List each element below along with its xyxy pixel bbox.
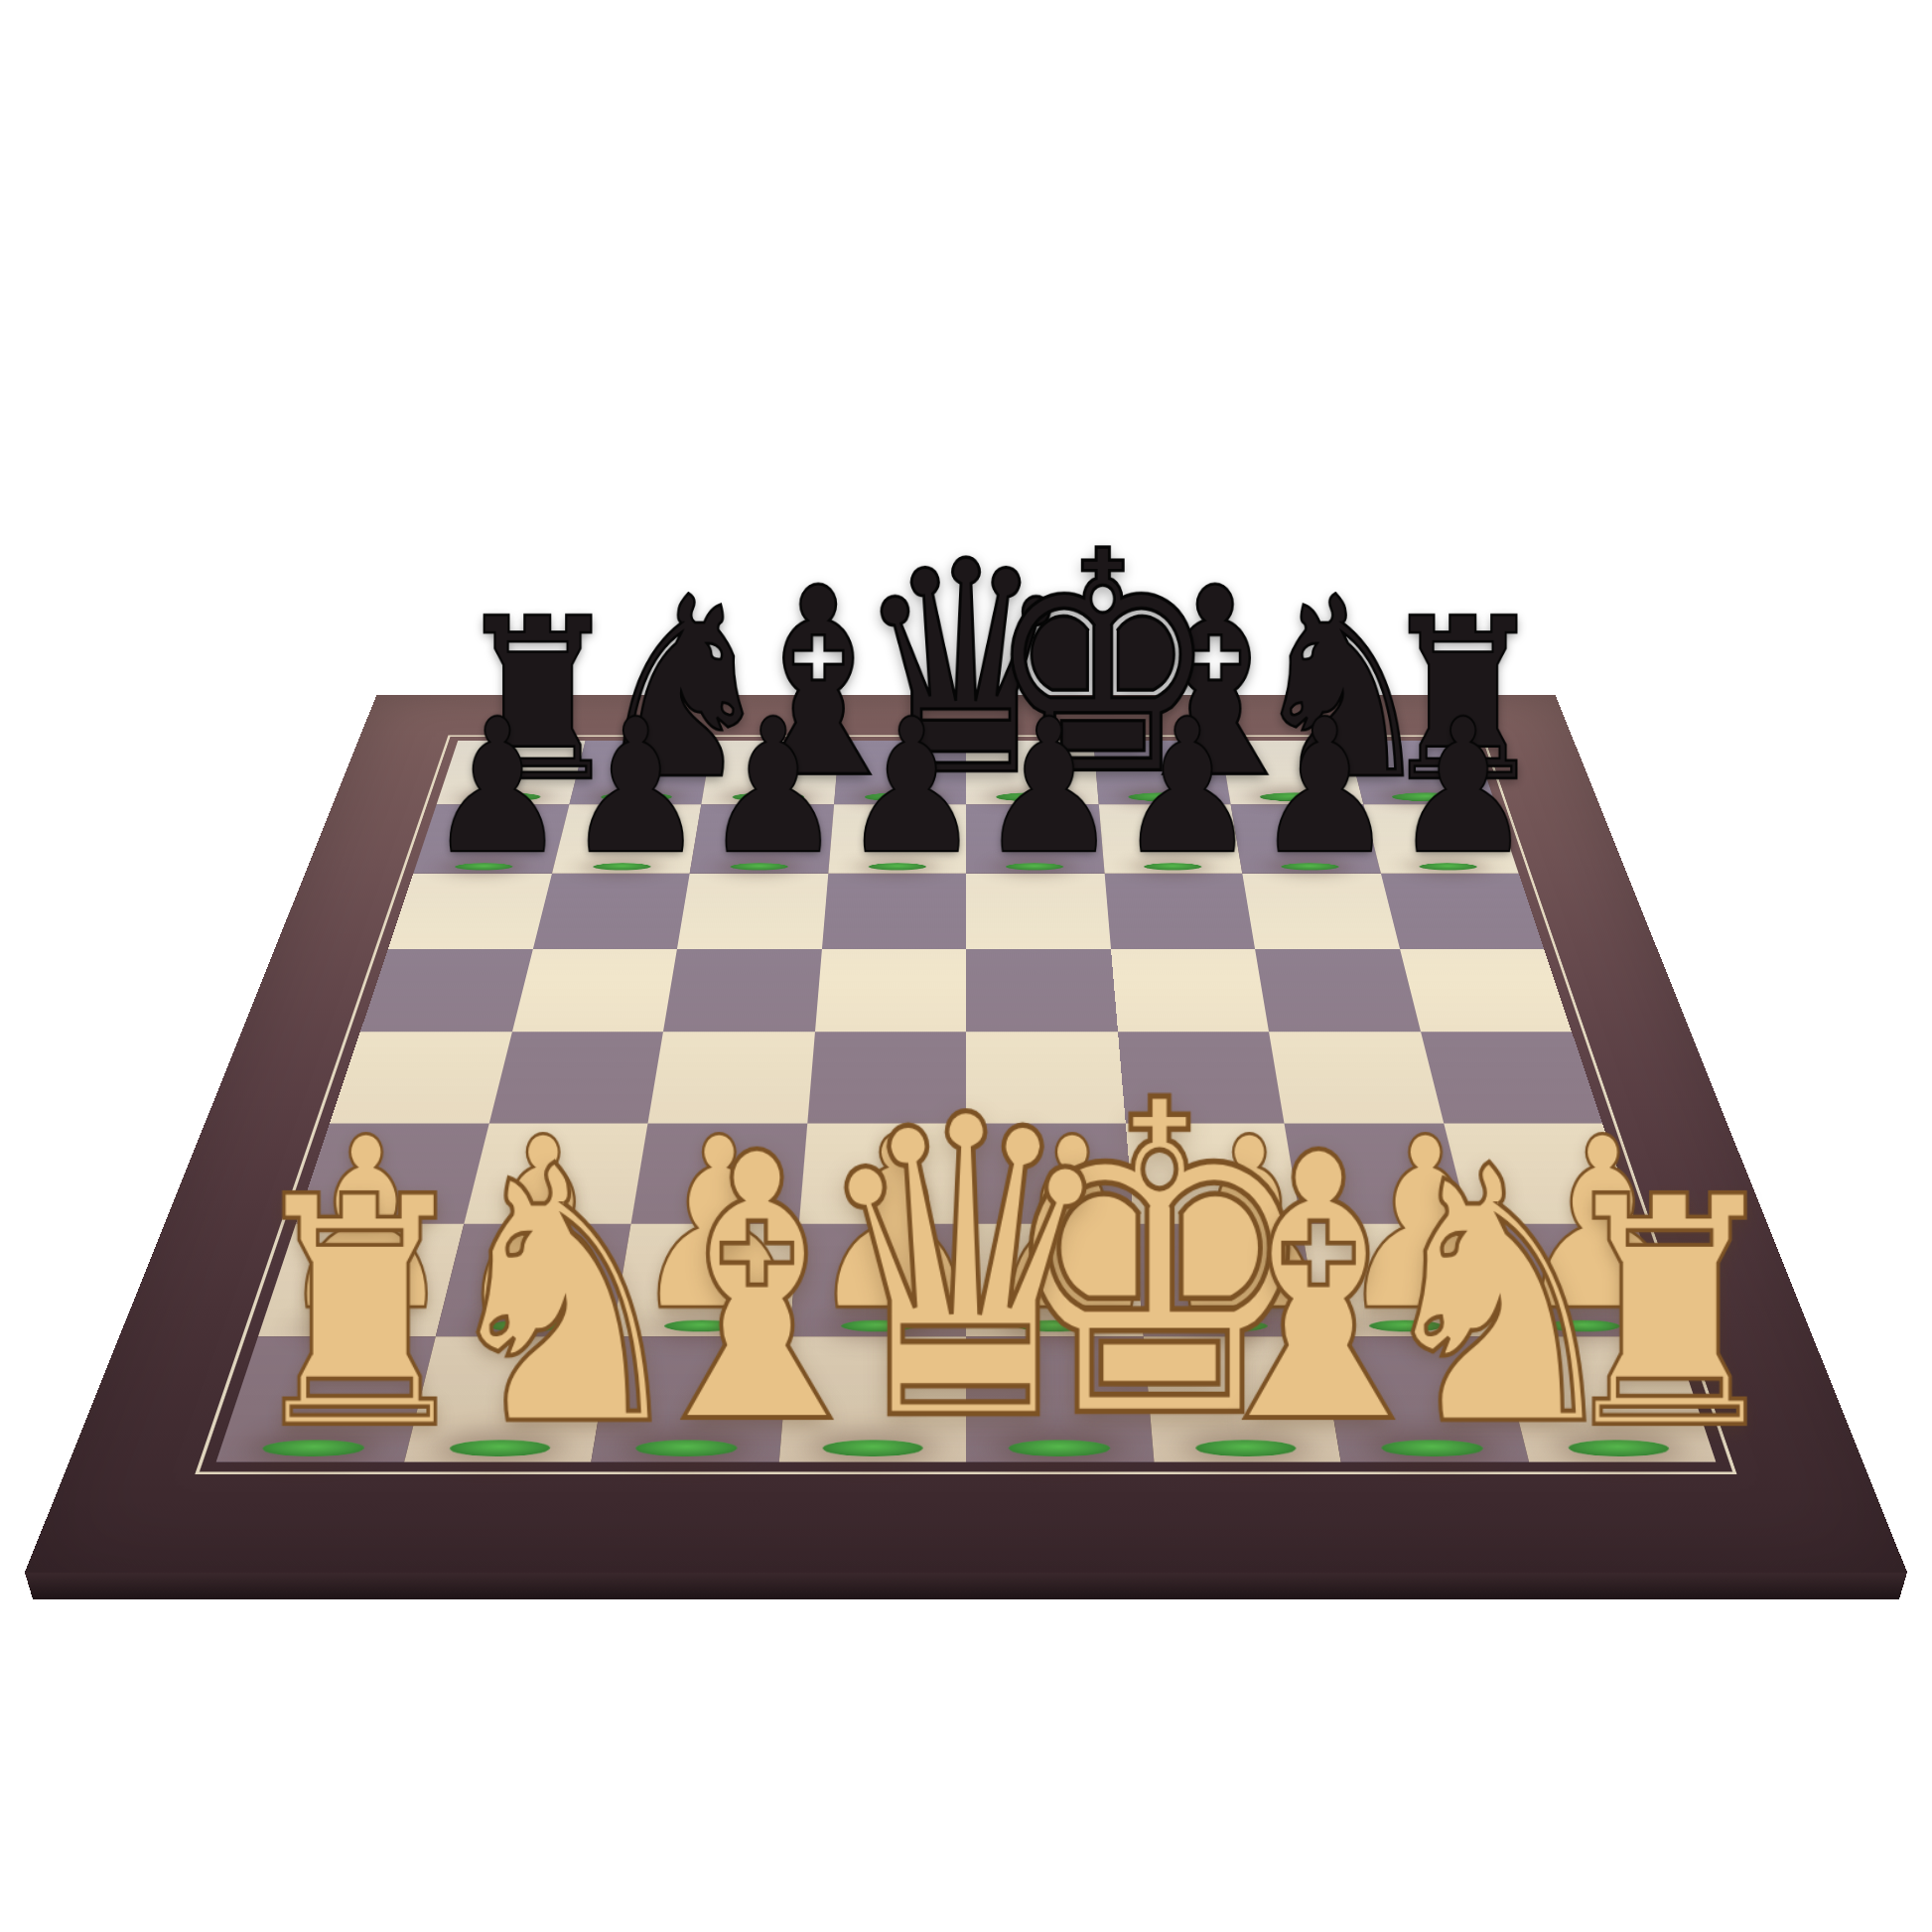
square-c5[interactable] — [663, 949, 822, 1032]
white-queen-d1[interactable]: ♛ — [779, 1083, 966, 1456]
black-pawn-icon: ♟ — [979, 704, 1120, 871]
square-b7[interactable]: ♟ — [552, 804, 702, 874]
square-g6[interactable] — [1242, 874, 1399, 949]
square-d7[interactable]: ♟ — [828, 804, 966, 874]
square-e7[interactable]: ♟ — [966, 804, 1104, 874]
square-a6[interactable] — [388, 874, 552, 949]
white-rook-a1[interactable]: ♜ — [218, 1172, 405, 1456]
playfield: ♜♞♝♛♚♝♞♜♟♟♟♟♟♟♟♟♟♟♟♟♟♟♟♟♜♞♝♛♚♝♞♜ — [216, 741, 1717, 1461]
chessboard-scene: ♜♞♝♛♚♝♞♜♟♟♟♟♟♟♟♟♟♟♟♟♟♟♟♟♜♞♝♛♚♝♞♜ — [241, 308, 1691, 1757]
black-pawn-icon: ♟ — [1254, 704, 1395, 871]
black-pawn-icon: ♟ — [1392, 704, 1533, 871]
black-pawn-b7[interactable]: ♟ — [552, 704, 690, 871]
white-knight-b1[interactable]: ♞ — [405, 1139, 592, 1456]
white-bishop-f1[interactable]: ♝ — [1153, 1126, 1339, 1457]
square-a7[interactable]: ♟ — [413, 804, 569, 874]
square-c6[interactable] — [677, 874, 828, 949]
black-pawn-c7[interactable]: ♟ — [690, 704, 828, 871]
square-f6[interactable] — [1104, 874, 1255, 949]
square-g1[interactable]: ♞ — [1319, 1336, 1528, 1462]
black-pawn-g7[interactable]: ♟ — [1242, 704, 1380, 871]
white-rook-h1[interactable]: ♜ — [1527, 1172, 1714, 1456]
black-pawn-icon: ♟ — [841, 704, 982, 871]
black-pawn-icon: ♟ — [565, 704, 706, 871]
white-rook-icon: ♜ — [1549, 1172, 1790, 1456]
black-pawn-h7[interactable]: ♟ — [1380, 704, 1518, 871]
black-pawn-icon: ♟ — [427, 704, 568, 871]
black-pawn-icon: ♟ — [1116, 704, 1257, 871]
black-pawn-f7[interactable]: ♟ — [1104, 704, 1242, 871]
square-b6[interactable] — [532, 874, 689, 949]
square-g7[interactable]: ♟ — [1231, 804, 1381, 874]
white-knight-icon: ♞ — [429, 1139, 698, 1456]
square-c7[interactable]: ♟ — [690, 804, 834, 874]
white-queen-icon: ♛ — [807, 1083, 1123, 1456]
square-h7[interactable]: ♟ — [1363, 804, 1519, 874]
square-h1[interactable]: ♜ — [1497, 1336, 1717, 1462]
square-d6[interactable] — [821, 874, 966, 949]
square-h5[interactable] — [1400, 949, 1573, 1032]
square-d1[interactable]: ♛ — [778, 1336, 966, 1462]
square-e6[interactable] — [966, 874, 1111, 949]
square-b5[interactable] — [511, 949, 677, 1032]
board-front-edge — [25, 1573, 1907, 1599]
square-d5[interactable] — [814, 949, 966, 1032]
square-a1[interactable]: ♜ — [216, 1336, 436, 1462]
black-pawn-icon: ♟ — [703, 704, 844, 871]
black-pawn-a7[interactable]: ♟ — [414, 704, 552, 871]
square-a5[interactable] — [360, 949, 533, 1032]
square-b1[interactable]: ♞ — [404, 1336, 613, 1462]
square-f7[interactable]: ♟ — [1098, 804, 1242, 874]
black-pawn-d7[interactable]: ♟ — [828, 704, 966, 871]
square-h6[interactable] — [1380, 874, 1544, 949]
chessboard: ♜♞♝♛♚♝♞♜♟♟♟♟♟♟♟♟♟♟♟♟♟♟♟♟♜♞♝♛♚♝♞♜ — [25, 695, 1907, 1573]
square-f1[interactable]: ♝ — [1143, 1336, 1340, 1462]
white-knight-g1[interactable]: ♞ — [1340, 1139, 1527, 1456]
product-photo: ♜♞♝♛♚♝♞♜♟♟♟♟♟♟♟♟♟♟♟♟♟♟♟♟♜♞♝♛♚♝♞♜ — [0, 0, 1932, 1932]
black-pawn-e7[interactable]: ♟ — [966, 704, 1104, 871]
